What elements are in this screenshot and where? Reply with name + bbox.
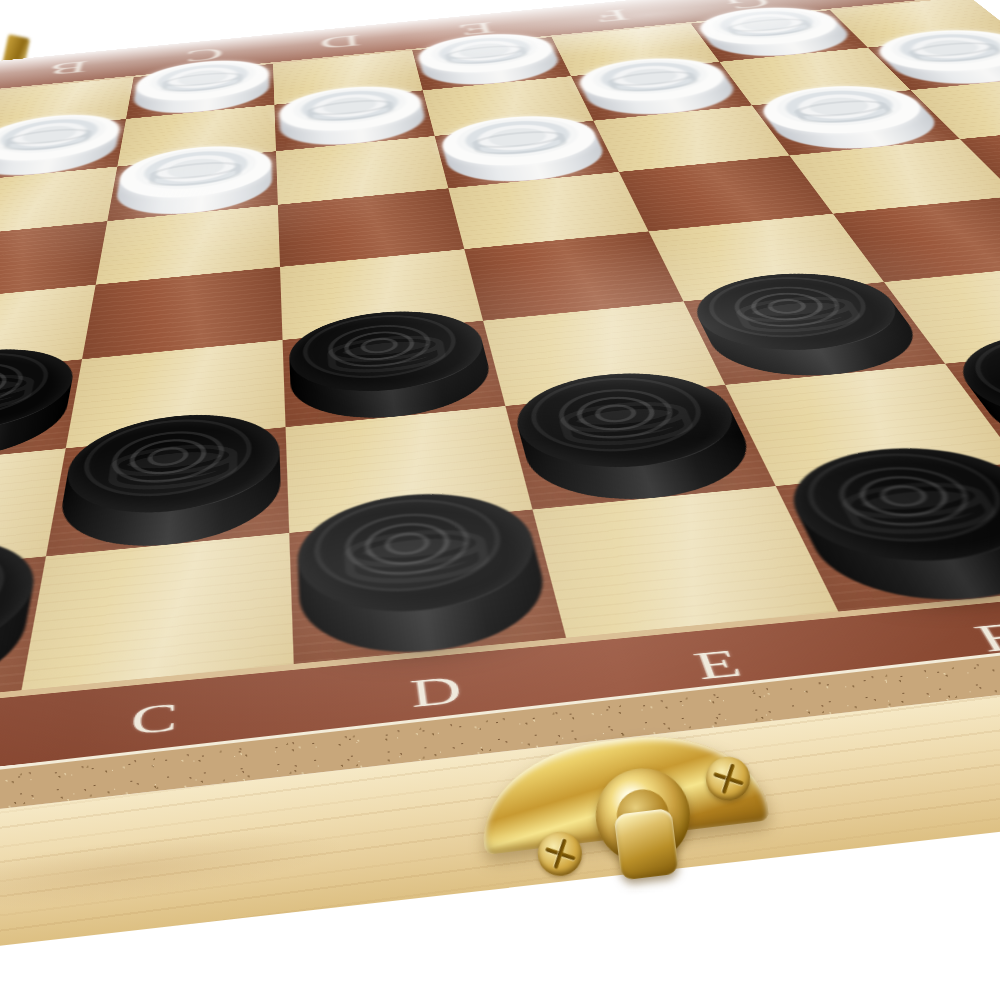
white-checker-glyph: ⛀ <box>142 147 246 196</box>
piece-black-d1[interactable]: ⛂ <box>295 484 557 663</box>
black-checker-glyph: ⛂ <box>97 418 244 508</box>
cell-c1[interactable] <box>21 533 293 690</box>
white-checker-glyph: ⛀ <box>462 117 578 164</box>
black-checker-glyph: ⛂ <box>319 314 457 388</box>
white-checker-glyph: ⛀ <box>713 8 826 44</box>
white-checker-glyph: ⛀ <box>0 116 100 160</box>
black-checker-glyph: ⛂ <box>542 377 711 463</box>
white-checker-glyph: ⛀ <box>156 61 247 100</box>
white-checker-glyph: ⛀ <box>301 87 401 129</box>
board-photo: ABCDEFGH⛀⛀⛀⛀⛀⛀⛀⛀⛀⛀⛀⛀⛂⛂⛂⛂⛂⛂⛂⛂⛂⛂⛂⛂ABCDEFGH <box>0 0 1000 1000</box>
white-checker-glyph: ⛀ <box>777 87 910 133</box>
brass-clasp <box>463 720 781 925</box>
black-checker-glyph: ⛂ <box>715 276 881 347</box>
white-checker-glyph: ⛀ <box>437 35 537 72</box>
piece-black-c2[interactable]: ⛂ <box>53 406 282 555</box>
white-checker-glyph: ⛀ <box>596 59 711 100</box>
cell-d1[interactable]: ⛂ <box>289 510 566 664</box>
clasp-tongue <box>614 808 680 881</box>
white-checker-glyph: ⛀ <box>890 31 1000 71</box>
black-checker-glyph: ⛂ <box>333 499 504 606</box>
black-checker-glyph: ⛂ <box>813 452 1000 555</box>
piece-black-d3[interactable]: ⛂ <box>288 304 499 427</box>
